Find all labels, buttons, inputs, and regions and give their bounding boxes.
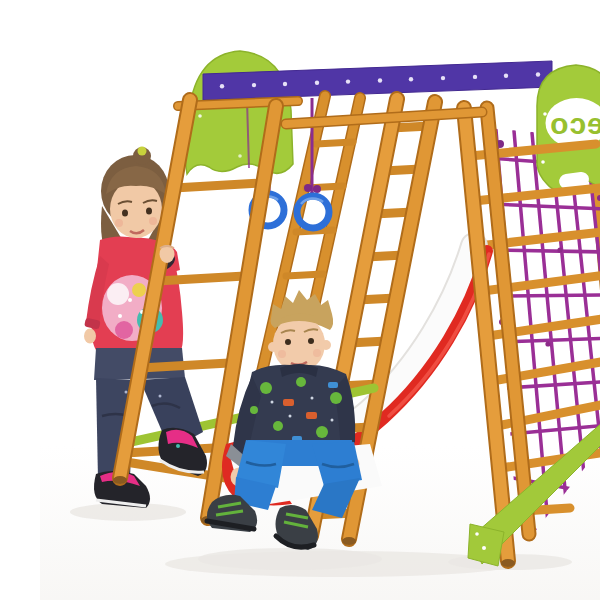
eco-panel: eco	[537, 65, 600, 190]
eco-label: eco	[549, 107, 600, 140]
girl-hair-tie	[138, 147, 147, 156]
play-gym-photo: Two toddlers playing on a wooden indoor …	[40, 16, 600, 600]
girl-face	[110, 180, 162, 238]
play-gym-scene: eco	[40, 16, 600, 600]
girl-grip-hand	[160, 245, 175, 263]
